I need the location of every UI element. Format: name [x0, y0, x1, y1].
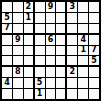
sudoku-empty-cell-r3c6[interactable] — [56, 24, 66, 34]
sudoku-given-cell-r5c8: 1 — [78, 46, 88, 56]
sudoku-empty-cell-r1c4[interactable] — [35, 2, 45, 12]
sudoku-given-cell-r8c1: 4 — [2, 78, 12, 88]
sudoku-given-cell-r1c7: 3 — [67, 2, 77, 12]
sudoku-given-cell-r9c4: 1 — [35, 89, 45, 99]
sudoku-empty-cell-r8c9[interactable] — [89, 78, 99, 88]
sudoku-empty-cell-r2c2[interactable] — [13, 13, 23, 23]
sudoku-empty-cell-r5c6[interactable] — [56, 46, 66, 56]
sudoku-empty-cell-r6c6[interactable] — [56, 56, 66, 66]
sudoku-given-cell-r4c2: 9 — [13, 35, 23, 45]
sudoku-empty-cell-r5c1[interactable] — [2, 46, 12, 56]
sudoku-empty-cell-r8c2[interactable] — [13, 78, 23, 88]
sudoku-empty-cell-r1c2[interactable] — [13, 2, 23, 12]
sudoku-empty-cell-r7c9[interactable] — [89, 67, 99, 77]
sudoku-empty-cell-r5c5[interactable] — [46, 46, 56, 56]
sudoku-empty-cell-r3c2[interactable] — [13, 24, 23, 34]
sudoku-empty-cell-r5c2[interactable] — [13, 46, 23, 56]
sudoku-empty-cell-r8c8[interactable] — [78, 78, 88, 88]
sudoku-empty-cell-r9c1[interactable] — [2, 89, 12, 99]
sudoku-empty-cell-r4c4[interactable] — [35, 35, 45, 45]
sudoku-empty-cell-r1c1[interactable] — [2, 2, 12, 12]
sudoku-given-cell-r2c1: 5 — [2, 13, 12, 23]
sudoku-given-cell-r1c5: 9 — [46, 2, 56, 12]
sudoku-empty-cell-r2c6[interactable] — [56, 13, 66, 23]
sudoku-empty-cell-r6c1[interactable] — [2, 56, 12, 66]
sudoku-empty-cell-r1c6[interactable] — [56, 2, 66, 12]
sudoku-empty-cell-r6c4[interactable] — [35, 56, 45, 66]
sudoku-empty-cell-r7c3[interactable] — [24, 67, 34, 77]
sudoku-empty-cell-r9c3[interactable] — [24, 89, 34, 99]
sudoku-empty-cell-r3c8[interactable] — [78, 24, 88, 34]
sudoku-empty-cell-r7c1[interactable] — [2, 67, 12, 77]
sudoku-empty-cell-r7c6[interactable] — [56, 67, 66, 77]
sudoku-empty-cell-r2c7[interactable] — [67, 13, 77, 23]
sudoku-empty-cell-r6c5[interactable] — [46, 56, 56, 66]
sudoku-given-cell-r8c4: 5 — [35, 78, 45, 88]
sudoku-empty-cell-r3c3[interactable] — [24, 24, 34, 34]
sudoku-empty-cell-r1c8[interactable] — [78, 2, 88, 12]
sudoku-given-cell-r4c8: 4 — [78, 35, 88, 45]
sudoku-empty-cell-r3c5[interactable] — [46, 24, 56, 34]
sudoku-empty-cell-r4c9[interactable] — [89, 35, 99, 45]
sudoku-empty-cell-r2c8[interactable] — [78, 13, 88, 23]
sudoku-empty-cell-r2c4[interactable] — [35, 13, 45, 23]
sudoku-empty-cell-r5c7[interactable] — [67, 46, 77, 56]
sudoku-empty-cell-r5c3[interactable] — [24, 46, 34, 56]
sudoku-empty-cell-r1c9[interactable] — [89, 2, 99, 12]
sudoku-empty-cell-r6c3[interactable] — [24, 56, 34, 66]
sudoku-board: 29351796417582451 — [0, 0, 101, 101]
sudoku-given-cell-r5c9: 7 — [89, 46, 99, 56]
sudoku-empty-cell-r3c4[interactable] — [35, 24, 45, 34]
sudoku-given-cell-r6c9: 5 — [89, 56, 99, 66]
sudoku-empty-cell-r4c3[interactable] — [24, 35, 34, 45]
sudoku-empty-cell-r8c6[interactable] — [56, 78, 66, 88]
sudoku-given-cell-r2c3: 1 — [24, 13, 34, 23]
sudoku-given-cell-r3c1: 7 — [2, 24, 12, 34]
sudoku-empty-cell-r5c4[interactable] — [35, 46, 45, 56]
sudoku-empty-cell-r6c2[interactable] — [13, 56, 23, 66]
sudoku-empty-cell-r8c7[interactable] — [67, 78, 77, 88]
sudoku-empty-cell-r6c7[interactable] — [67, 56, 77, 66]
sudoku-empty-cell-r7c5[interactable] — [46, 67, 56, 77]
sudoku-given-cell-r4c5: 6 — [46, 35, 56, 45]
sudoku-empty-cell-r9c6[interactable] — [56, 89, 66, 99]
sudoku-given-cell-r1c3: 2 — [24, 2, 34, 12]
sudoku-empty-cell-r6c8[interactable] — [78, 56, 88, 66]
sudoku-empty-cell-r3c9[interactable] — [89, 24, 99, 34]
sudoku-empty-cell-r4c6[interactable] — [56, 35, 66, 45]
sudoku-empty-cell-r9c2[interactable] — [13, 89, 23, 99]
sudoku-empty-cell-r7c8[interactable] — [78, 67, 88, 77]
sudoku-empty-cell-r9c5[interactable] — [46, 89, 56, 99]
sudoku-given-cell-r7c7: 2 — [67, 67, 77, 77]
sudoku-empty-cell-r9c7[interactable] — [67, 89, 77, 99]
sudoku-empty-cell-r7c4[interactable] — [35, 67, 45, 77]
sudoku-empty-cell-r2c9[interactable] — [89, 13, 99, 23]
sudoku-empty-cell-r2c5[interactable] — [46, 13, 56, 23]
sudoku-empty-cell-r4c7[interactable] — [67, 35, 77, 45]
sudoku-empty-cell-r9c9[interactable] — [89, 89, 99, 99]
sudoku-given-cell-r7c2: 8 — [13, 67, 23, 77]
sudoku-empty-cell-r8c5[interactable] — [46, 78, 56, 88]
sudoku-empty-cell-r3c7[interactable] — [67, 24, 77, 34]
sudoku-empty-cell-r4c1[interactable] — [2, 35, 12, 45]
sudoku-empty-cell-r9c8[interactable] — [78, 89, 88, 99]
sudoku-empty-cell-r8c3[interactable] — [24, 78, 34, 88]
